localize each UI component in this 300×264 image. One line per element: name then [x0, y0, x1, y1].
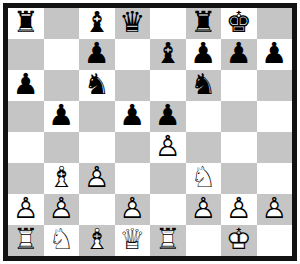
- square-g6[interactable]: [221, 70, 257, 101]
- square-h8[interactable]: [257, 8, 293, 39]
- piece-outline-layer: ♘: [186, 163, 222, 192]
- square-a1[interactable]: ♜♖: [8, 225, 44, 256]
- piece-black-pawn[interactable]: ♟: [257, 39, 293, 70]
- piece-black-pawn[interactable]: ♟: [150, 101, 186, 132]
- square-h7[interactable]: ♟: [257, 39, 293, 70]
- piece-outline-layer: ♙: [221, 194, 257, 223]
- square-e7[interactable]: ♝: [150, 39, 186, 70]
- square-g4[interactable]: [221, 132, 257, 163]
- piece-outline-layer: ♗: [44, 163, 80, 192]
- square-c2[interactable]: [79, 194, 115, 225]
- piece-black-king[interactable]: ♚: [221, 8, 257, 39]
- piece-glyph: ♞: [186, 70, 222, 99]
- piece-white-rook[interactable]: ♜♖: [8, 225, 44, 256]
- piece-outline-layer: ♕: [115, 225, 151, 254]
- piece-white-pawn[interactable]: ♟♙: [8, 194, 44, 225]
- square-a8[interactable]: ♜: [8, 8, 44, 39]
- square-c8[interactable]: ♝: [79, 8, 115, 39]
- piece-black-rook[interactable]: ♜: [8, 8, 44, 39]
- piece-black-pawn[interactable]: ♟: [8, 70, 44, 101]
- square-c7[interactable]: ♟: [79, 39, 115, 70]
- square-g1[interactable]: ♚♔: [221, 225, 257, 256]
- square-f6[interactable]: ♞: [186, 70, 222, 101]
- square-c6[interactable]: ♞: [79, 70, 115, 101]
- piece-glyph: ♜: [186, 8, 222, 37]
- piece-glyph: ♟: [257, 39, 293, 68]
- square-b7[interactable]: [44, 39, 80, 70]
- piece-black-knight[interactable]: ♞: [186, 70, 222, 101]
- square-a5[interactable]: [8, 101, 44, 132]
- piece-outline-layer: ♙: [186, 194, 222, 223]
- piece-glyph: ♟: [150, 101, 186, 130]
- square-d5[interactable]: ♟: [115, 101, 151, 132]
- piece-white-pawn[interactable]: ♟♙: [150, 132, 186, 163]
- piece-black-pawn[interactable]: ♟: [221, 39, 257, 70]
- square-h2[interactable]: ♟♙: [257, 194, 293, 225]
- piece-black-queen[interactable]: ♛: [115, 8, 151, 39]
- square-e6[interactable]: [150, 70, 186, 101]
- square-g8[interactable]: ♚: [221, 8, 257, 39]
- square-f1[interactable]: [186, 225, 222, 256]
- square-g5[interactable]: [221, 101, 257, 132]
- piece-black-pawn[interactable]: ♟: [186, 39, 222, 70]
- piece-outline-layer: ♙: [44, 194, 80, 223]
- square-d2[interactable]: ♟♙: [115, 194, 151, 225]
- square-c4[interactable]: [79, 132, 115, 163]
- piece-glyph: ♟: [186, 39, 222, 68]
- piece-glyph: ♞: [79, 70, 115, 99]
- piece-glyph: ♟: [79, 39, 115, 68]
- square-f2[interactable]: ♟♙: [186, 194, 222, 225]
- square-c5[interactable]: [79, 101, 115, 132]
- piece-black-bishop[interactable]: ♝: [150, 39, 186, 70]
- piece-glyph: ♟: [115, 101, 151, 130]
- square-b6[interactable]: [44, 70, 80, 101]
- square-b3[interactable]: ♝♗: [44, 163, 80, 194]
- piece-glyph: ♜: [8, 8, 44, 37]
- piece-white-pawn[interactable]: ♟♙: [79, 163, 115, 194]
- piece-white-queen[interactable]: ♛♕: [115, 225, 151, 256]
- square-c1[interactable]: ♝♗: [79, 225, 115, 256]
- square-a4[interactable]: [8, 132, 44, 163]
- piece-white-pawn[interactable]: ♟♙: [115, 194, 151, 225]
- square-b2[interactable]: ♟♙: [44, 194, 80, 225]
- square-f3[interactable]: ♞♘: [186, 163, 222, 194]
- square-g3[interactable]: [221, 163, 257, 194]
- piece-black-pawn[interactable]: ♟: [115, 101, 151, 132]
- square-a7[interactable]: [8, 39, 44, 70]
- piece-white-king[interactable]: ♚♔: [221, 225, 257, 256]
- square-g2[interactable]: ♟♙: [221, 194, 257, 225]
- piece-glyph: ♟: [44, 101, 80, 130]
- piece-black-rook[interactable]: ♜: [186, 8, 222, 39]
- square-e3[interactable]: [150, 163, 186, 194]
- square-f7[interactable]: ♟: [186, 39, 222, 70]
- piece-glyph: ♚: [221, 8, 257, 37]
- piece-black-pawn[interactable]: ♟: [79, 39, 115, 70]
- piece-white-knight[interactable]: ♞♘: [44, 225, 80, 256]
- square-e4[interactable]: ♟♙: [150, 132, 186, 163]
- square-d1[interactable]: ♛♕: [115, 225, 151, 256]
- square-d7[interactable]: [115, 39, 151, 70]
- piece-white-bishop[interactable]: ♝♗: [44, 163, 80, 194]
- square-d6[interactable]: [115, 70, 151, 101]
- piece-outline-layer: ♙: [150, 132, 186, 161]
- square-e1[interactable]: ♜♖: [150, 225, 186, 256]
- square-h5[interactable]: [257, 101, 293, 132]
- square-h1[interactable]: [257, 225, 293, 256]
- piece-black-knight[interactable]: ♞: [79, 70, 115, 101]
- piece-white-knight[interactable]: ♞♘: [186, 163, 222, 194]
- square-b5[interactable]: ♟: [44, 101, 80, 132]
- piece-outline-layer: ♗: [79, 225, 115, 254]
- square-h3[interactable]: [257, 163, 293, 194]
- square-b1[interactable]: ♞♘: [44, 225, 80, 256]
- piece-white-pawn[interactable]: ♟♙: [221, 194, 257, 225]
- square-e5[interactable]: ♟: [150, 101, 186, 132]
- square-d4[interactable]: [115, 132, 151, 163]
- board-frame: ♜♝♛♜♚♟♝♟♟♟♟♞♞♟♟♟♟♙♝♗♟♙♞♘♟♙♟♙♟♙♟♙♟♙♟♙♜♖♞♘…: [3, 3, 297, 261]
- piece-outline-layer: ♔: [221, 225, 257, 254]
- piece-outline-layer: ♖: [150, 225, 186, 254]
- square-f4[interactable]: [186, 132, 222, 163]
- piece-outline-layer: ♘: [44, 225, 80, 254]
- square-a6[interactable]: ♟: [8, 70, 44, 101]
- piece-white-pawn[interactable]: ♟♙: [257, 194, 293, 225]
- square-g7[interactable]: ♟: [221, 39, 257, 70]
- square-a3[interactable]: [8, 163, 44, 194]
- square-e8[interactable]: [150, 8, 186, 39]
- piece-glyph: ♝: [79, 8, 115, 37]
- square-f8[interactable]: ♜: [186, 8, 222, 39]
- square-f5[interactable]: [186, 101, 222, 132]
- piece-outline-layer: ♖: [8, 225, 44, 254]
- piece-glyph: ♟: [8, 70, 44, 99]
- square-d8[interactable]: ♛: [115, 8, 151, 39]
- piece-outline-layer: ♙: [79, 163, 115, 192]
- square-b4[interactable]: [44, 132, 80, 163]
- square-b8[interactable]: [44, 8, 80, 39]
- piece-white-pawn[interactable]: ♟♙: [44, 194, 80, 225]
- square-c3[interactable]: ♟♙: [79, 163, 115, 194]
- square-e2[interactable]: [150, 194, 186, 225]
- piece-outline-layer: ♙: [115, 194, 151, 223]
- piece-white-pawn[interactable]: ♟♙: [186, 194, 222, 225]
- piece-black-bishop[interactable]: ♝: [79, 8, 115, 39]
- piece-black-pawn[interactable]: ♟: [44, 101, 80, 132]
- chess-board: ♜♝♛♜♚♟♝♟♟♟♟♞♞♟♟♟♟♙♝♗♟♙♞♘♟♙♟♙♟♙♟♙♟♙♟♙♜♖♞♘…: [8, 8, 292, 256]
- square-h6[interactable]: [257, 70, 293, 101]
- piece-glyph: ♝: [150, 39, 186, 68]
- square-d3[interactable]: [115, 163, 151, 194]
- piece-white-bishop[interactable]: ♝♗: [79, 225, 115, 256]
- piece-white-rook[interactable]: ♜♖: [150, 225, 186, 256]
- piece-glyph: ♛: [115, 8, 151, 37]
- piece-outline-layer: ♙: [8, 194, 44, 223]
- square-h4[interactable]: [257, 132, 293, 163]
- piece-outline-layer: ♙: [257, 194, 293, 223]
- piece-glyph: ♟: [221, 39, 257, 68]
- square-a2[interactable]: ♟♙: [8, 194, 44, 225]
